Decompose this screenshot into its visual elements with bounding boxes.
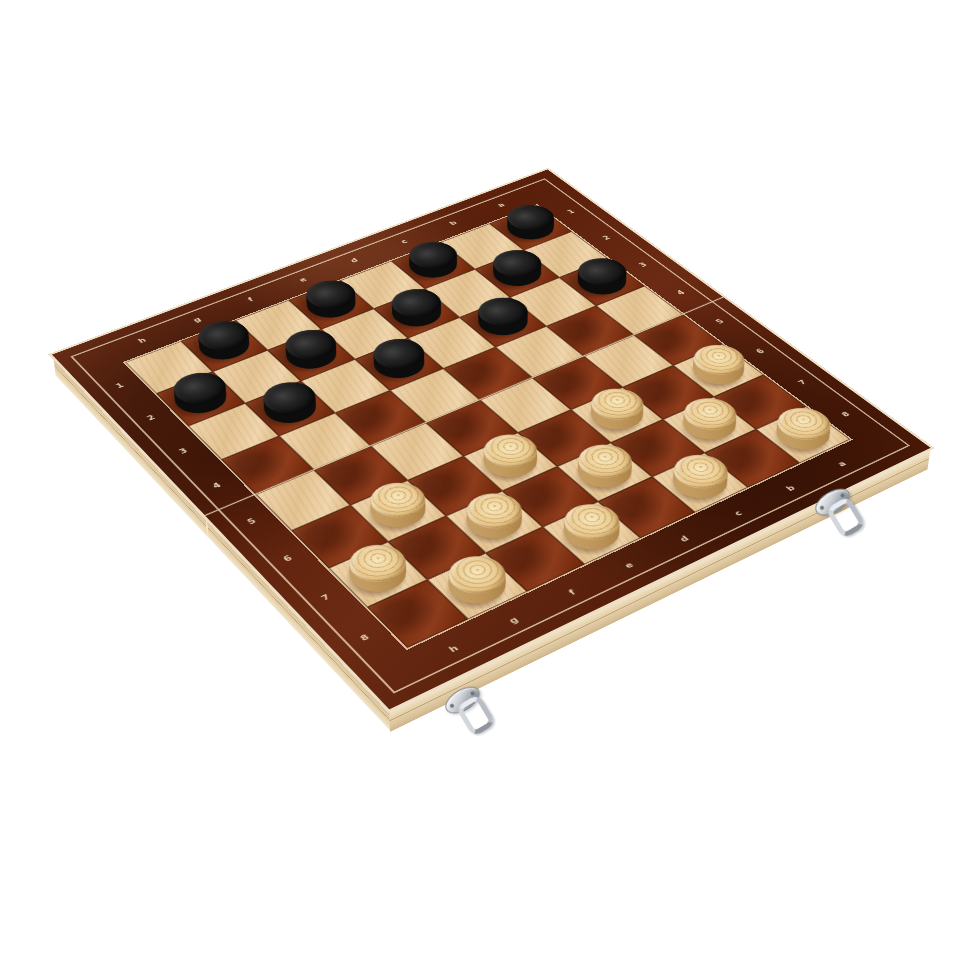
folding-chessboard: hhggffeeddccbbaa1122334455667788 [52,169,931,709]
rank-label-right-6: 6 [749,345,772,357]
file-label-bottom-f: f [559,584,585,600]
rank-label-right-2: 2 [596,232,617,243]
square-b7 [663,397,756,453]
white-checker-e6 [473,439,547,485]
rank-label-left-4: 4 [204,478,229,492]
file-label-top-e: e [292,274,314,285]
rank-label-left-5: 5 [239,514,264,529]
rank-label-right-3: 3 [632,259,654,270]
black-checker-f2 [277,335,346,376]
rank-label-left-3: 3 [171,444,195,458]
rank-label-right-5: 5 [709,315,731,327]
file-label-bottom-a: a [830,457,854,471]
rank-label-left-1: 1 [108,379,131,392]
file-label-top-g: g [186,314,209,326]
rank-label-right-1: 1 [560,206,581,217]
rank-label-left-8: 8 [351,629,378,646]
file-label-top-b: b [442,218,463,229]
rank-label-right-4: 4 [670,287,692,299]
white-checker-d7 [567,449,642,495]
file-label-bottom-e: e [616,557,642,573]
black-checker-g3 [255,387,326,430]
rank-label-left-2: 2 [139,411,163,424]
file-label-bottom-d: d [672,531,697,546]
photo-stage: hhggffeeddccbbaa1122334455667788 [0,0,960,960]
black-checker-h2 [166,377,236,420]
file-label-bottom-h: h [440,640,467,657]
file-label-top-d: d [343,255,365,266]
file-label-bottom-g: g [500,612,526,628]
file-label-bottom-b: b [778,481,803,495]
file-label-top-f: f [240,294,262,306]
file-label-top-h: h [131,334,154,346]
square-h2 [156,372,245,426]
board-scene: hhggffeeddccbbaa1122334455667788 [52,169,931,709]
file-label-bottom-c: c [726,506,751,521]
rank-label-left-7: 7 [312,589,338,605]
file-label-top-a: a [490,200,511,210]
rank-label-right-7: 7 [791,376,814,389]
rank-label-left-6: 6 [275,551,301,567]
board-grid [125,205,850,647]
rank-label-right-8: 8 [834,407,858,420]
file-label-top-c: c [393,236,414,247]
